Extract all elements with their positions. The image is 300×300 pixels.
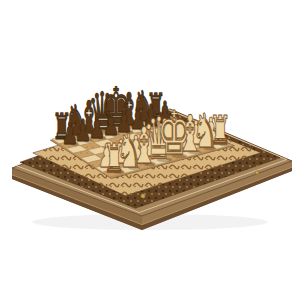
chess-set-photo: ♜♞♝♛♚♝♞♜♟♟♟♟♟♟♟♟♟♟♟♟♟♟♟♟♜♞♝♛♚♝♞♜ <box>0 0 300 300</box>
brass-clasp-pin-right <box>255 171 259 175</box>
brass-clasp-pin-front <box>141 194 145 198</box>
piece-white-rook-h1[interactable]: ♜ <box>209 111 231 151</box>
